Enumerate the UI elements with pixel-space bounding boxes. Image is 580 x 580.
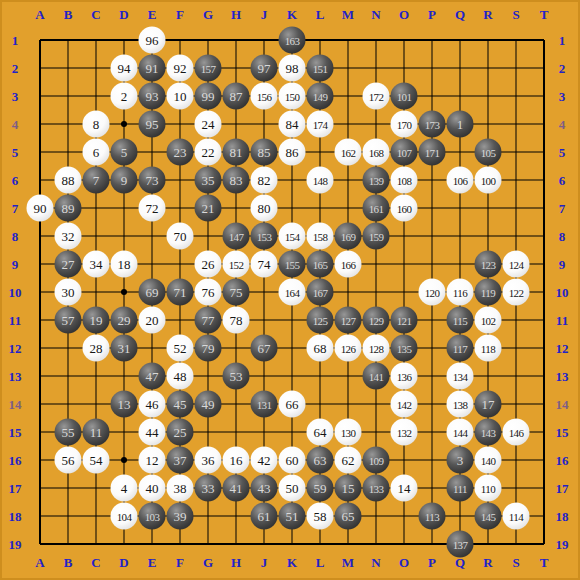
stone-number: 82 [258,172,271,188]
stone-number: 13 [118,396,131,412]
stone-number: 39 [174,508,187,524]
col-label-top-G[interactable]: G [203,8,213,21]
stone-number: 110 [481,482,495,494]
stone-number: 58 [314,508,327,524]
stone-white-4-D17: 4 [111,475,138,502]
stone-white-56-B16: 56 [55,447,82,474]
stone-black-23-F5: 23 [167,139,194,166]
col-label-top-L[interactable]: L [316,8,325,21]
stone-number: 68 [314,340,327,356]
stone-black-89-B7: 89 [55,195,82,222]
stone-black-17-R14: 17 [475,391,502,418]
stone-number: 63 [314,452,327,468]
stone-number: 3 [457,452,464,468]
stone-number: 131 [257,398,272,410]
stone-white-172-N3: 172 [363,83,390,110]
stone-number: 95 [146,116,159,132]
go-board: AABBCCDDEEFFGGHHJJKKLLMMNNOOPPQQRRSSTT11… [0,0,580,580]
stone-black-3-Q16: 3 [447,447,474,474]
col-label-top-S[interactable]: S [512,8,519,21]
col-label-bottom-G[interactable]: G [203,556,213,569]
row-label-left-9[interactable]: 9 [12,258,19,271]
col-label-bottom-C[interactable]: C [91,556,100,569]
row-label-left-16[interactable]: 16 [9,454,22,467]
row-label-right-9[interactable]: 9 [559,258,566,271]
stone-number: 133 [369,482,384,494]
col-label-top-O[interactable]: O [399,8,409,21]
stone-number: 170 [397,118,412,130]
stone-white-18-D9: 18 [111,251,138,278]
stone-black-57-B11: 57 [55,307,82,334]
row-label-left-12[interactable]: 12 [9,342,22,355]
stone-white-68-L12: 68 [307,335,334,362]
stone-number: 140 [481,454,496,466]
stone-number: 103 [145,510,160,522]
stone-number: 71 [174,284,187,300]
stone-number: 48 [174,368,187,384]
stone-number: 129 [369,314,384,326]
col-label-top-T[interactable]: T [540,8,549,21]
stone-white-8-C4: 8 [83,111,110,138]
row-label-left-8[interactable]: 8 [12,230,19,243]
stone-black-109-N16: 109 [363,447,390,474]
stone-black-47-E13: 47 [139,363,166,390]
row-label-right-11[interactable]: 11 [556,314,568,327]
row-label-right-1[interactable]: 1 [559,34,566,47]
stone-number: 88 [62,172,75,188]
stone-white-94-D2: 94 [111,55,138,82]
row-label-right-12[interactable]: 12 [556,342,569,355]
stone-black-65-M18: 65 [335,503,362,530]
col-label-top-N[interactable]: N [371,8,380,21]
col-label-top-C[interactable]: C [91,8,100,21]
stone-white-164-K10: 164 [279,279,306,306]
stone-number: 33 [202,480,215,496]
stone-white-158-L8: 158 [307,223,334,250]
stone-black-107-O5: 107 [391,139,418,166]
stone-number: 31 [118,340,131,356]
row-label-left-5[interactable]: 5 [12,146,19,159]
stone-white-42-J16: 42 [251,447,278,474]
stone-number: 139 [369,174,384,186]
stone-black-113-P18: 113 [419,503,446,530]
stone-white-128-N12: 128 [363,335,390,362]
stone-number: 152 [229,258,244,270]
stone-black-49-G14: 49 [195,391,222,418]
stone-number: 100 [481,174,496,186]
stone-number: 132 [397,426,412,438]
stone-black-97-J2: 97 [251,55,278,82]
stone-number: 85 [258,144,271,160]
stone-number: 138 [453,398,468,410]
stone-white-168-N5: 168 [363,139,390,166]
stone-number: 84 [286,116,299,132]
col-label-bottom-S[interactable]: S [512,556,519,569]
row-label-left-15[interactable]: 15 [9,426,22,439]
row-label-left-3[interactable]: 3 [12,90,19,103]
stone-white-124-S9: 124 [503,251,530,278]
stone-number: 42 [258,452,271,468]
stone-number: 117 [453,342,467,354]
row-label-left-17[interactable]: 17 [9,482,22,495]
stone-number: 74 [258,256,271,272]
stone-number: 7 [93,172,100,188]
stone-black-9-D6: 9 [111,167,138,194]
row-label-left-10[interactable]: 10 [9,286,22,299]
col-label-bottom-T[interactable]: T [540,556,549,569]
row-label-left-2[interactable]: 2 [12,62,19,75]
stone-number: 164 [285,286,300,298]
stone-black-103-E18: 103 [139,503,166,530]
col-label-bottom-P[interactable]: P [428,556,436,569]
stone-number: 149 [313,90,328,102]
stone-number: 38 [174,480,187,496]
col-label-bottom-E[interactable]: E [148,556,157,569]
stone-number: 107 [397,146,412,158]
col-label-top-F[interactable]: F [176,8,184,21]
stone-white-38-F17: 38 [167,475,194,502]
stone-number: 10 [174,88,187,104]
stone-number: 16 [230,452,243,468]
stone-black-19-C11: 19 [83,307,110,334]
stone-white-126-M12: 126 [335,335,362,362]
stone-black-133-N17: 133 [363,475,390,502]
stone-white-76-G10: 76 [195,279,222,306]
stone-number: 136 [397,370,412,382]
stone-black-95-E4: 95 [139,111,166,138]
col-label-top-B[interactable]: B [64,8,73,21]
stone-number: 60 [286,452,299,468]
stone-white-44-E15: 44 [139,419,166,446]
stone-white-70-F8: 70 [167,223,194,250]
stone-number: 11 [90,424,103,440]
stone-white-138-Q14: 138 [447,391,474,418]
stone-number: 50 [286,480,299,496]
stone-number: 160 [397,202,412,214]
stone-black-147-H8: 147 [223,223,250,250]
stone-number: 81 [230,144,243,160]
stone-black-61-J18: 61 [251,503,278,530]
stone-white-2-D3: 2 [111,83,138,110]
stone-white-62-M16: 62 [335,447,362,474]
stone-white-16-H16: 16 [223,447,250,474]
col-label-bottom-L[interactable]: L [316,556,325,569]
stone-number: 30 [62,284,75,300]
stone-number: 163 [285,34,300,46]
stone-number: 143 [481,426,496,438]
col-label-bottom-N[interactable]: N [371,556,380,569]
col-label-bottom-A[interactable]: A [35,556,44,569]
stone-number: 64 [314,424,327,440]
stone-black-79-G12: 79 [195,335,222,362]
col-label-bottom-R[interactable]: R [483,556,492,569]
stone-number: 157 [201,62,216,74]
stone-number: 99 [202,88,215,104]
stone-number: 146 [509,426,524,438]
row-label-left-7[interactable]: 7 [12,202,19,215]
col-label-top-J[interactable]: J [261,8,268,21]
stone-white-136-O13: 136 [391,363,418,390]
stone-black-157-G2: 157 [195,55,222,82]
row-label-left-14[interactable]: 14 [9,398,22,411]
stone-black-21-G7: 21 [195,195,222,222]
stone-black-117-Q12: 117 [447,335,474,362]
stone-number: 73 [146,172,159,188]
stone-number: 62 [342,452,355,468]
stone-white-86-K5: 86 [279,139,306,166]
stone-white-134-Q13: 134 [447,363,474,390]
stone-white-52-F12: 52 [167,335,194,362]
stone-number: 45 [174,396,187,412]
stone-white-80-J7: 80 [251,195,278,222]
stone-white-34-C9: 34 [83,251,110,278]
stone-black-75-H10: 75 [223,279,250,306]
row-label-right-16[interactable]: 16 [556,454,569,467]
col-label-top-A[interactable]: A [35,8,44,21]
stone-number: 21 [202,200,215,216]
stone-black-81-H5: 81 [223,139,250,166]
col-label-bottom-F[interactable]: F [176,556,184,569]
stone-number: 87 [230,88,243,104]
stone-number: 5 [121,144,128,160]
stone-white-12-E16: 12 [139,447,166,474]
col-label-top-D[interactable]: D [119,8,128,21]
stone-number: 47 [146,368,159,384]
col-label-bottom-D[interactable]: D [119,556,128,569]
stone-white-10-F3: 10 [167,83,194,110]
col-label-top-P[interactable]: P [428,8,436,21]
stone-black-101-O3: 101 [391,83,418,110]
stone-number: 96 [146,32,159,48]
row-label-left-6[interactable]: 6 [12,174,19,187]
stone-number: 106 [453,174,468,186]
row-label-left-11[interactable]: 11 [9,314,21,327]
stone-white-146-S15: 146 [503,419,530,446]
stone-number: 9 [121,172,128,188]
stone-number: 150 [285,90,300,102]
stone-white-40-E17: 40 [139,475,166,502]
stone-number: 6 [93,144,100,160]
stone-black-143-R15: 143 [475,419,502,446]
stone-black-129-N11: 129 [363,307,390,334]
stone-black-171-P5: 171 [419,139,446,166]
col-label-bottom-B[interactable]: B [64,556,73,569]
stone-number: 142 [397,398,412,410]
stone-number: 101 [397,90,412,102]
stone-number: 159 [369,230,384,242]
stone-white-48-F13: 48 [167,363,194,390]
stone-number: 148 [313,174,328,186]
stone-number: 76 [202,284,215,300]
stone-black-115-Q11: 115 [447,307,474,334]
stone-number: 162 [341,146,356,158]
stone-number: 141 [369,370,384,382]
stone-black-127-M11: 127 [335,307,362,334]
stone-number: 165 [313,258,328,270]
stone-number: 89 [62,200,75,216]
stone-white-82-J6: 82 [251,167,278,194]
row-label-right-8[interactable]: 8 [559,230,566,243]
stone-number: 102 [481,314,496,326]
stone-number: 173 [425,118,440,130]
row-label-right-2[interactable]: 2 [559,62,566,75]
row-label-right-4[interactable]: 4 [559,118,566,131]
stone-white-110-R17: 110 [475,475,502,502]
row-label-right-10[interactable]: 10 [556,286,569,299]
stone-black-151-L2: 151 [307,55,334,82]
stone-black-41-H17: 41 [223,475,250,502]
star-point-D10 [121,289,127,295]
stone-white-120-P10: 120 [419,279,446,306]
stone-white-102-R11: 102 [475,307,502,334]
row-label-left-1[interactable]: 1 [12,34,19,47]
row-label-right-5[interactable]: 5 [559,146,566,159]
stone-number: 2 [121,88,128,104]
stone-black-167-L10: 167 [307,279,334,306]
stone-white-92-F2: 92 [167,55,194,82]
stone-number: 113 [425,510,439,522]
stone-number: 166 [341,258,356,270]
col-label-bottom-H[interactable]: H [231,556,241,569]
col-label-bottom-O[interactable]: O [399,556,409,569]
stone-white-130-M15: 130 [335,419,362,446]
stone-black-77-G11: 77 [195,307,222,334]
stone-number: 53 [230,368,243,384]
stone-number: 4 [121,480,128,496]
row-label-left-4[interactable]: 4 [12,118,19,131]
stone-number: 105 [481,146,496,158]
stone-black-85-J5: 85 [251,139,278,166]
stone-black-83-H6: 83 [223,167,250,194]
stone-white-36-G16: 36 [195,447,222,474]
stone-number: 92 [174,60,187,76]
star-point-D4 [121,121,127,127]
col-label-top-H[interactable]: H [231,8,241,21]
stone-white-72-E7: 72 [139,195,166,222]
stone-black-29-D11: 29 [111,307,138,334]
col-label-top-M[interactable]: M [342,8,354,21]
stone-white-108-O6: 108 [391,167,418,194]
stone-black-13-D14: 13 [111,391,138,418]
stone-number: 93 [146,88,159,104]
stone-black-153-J8: 153 [251,223,278,250]
stone-black-111-Q17: 111 [447,475,474,502]
col-label-top-Q[interactable]: Q [455,8,465,21]
stone-black-131-J14: 131 [251,391,278,418]
stone-black-39-F18: 39 [167,503,194,530]
stone-number: 20 [146,312,159,328]
stone-black-99-G3: 99 [195,83,222,110]
col-label-top-E[interactable]: E [148,8,157,21]
stone-white-106-Q6: 106 [447,167,474,194]
stone-white-98-K2: 98 [279,55,306,82]
col-label-top-K[interactable]: K [287,8,297,21]
stone-number: 94 [118,60,131,76]
stone-white-100-R6: 100 [475,167,502,194]
stone-number: 124 [509,258,524,270]
star-point-D16 [121,457,127,463]
row-label-left-13[interactable]: 13 [9,370,22,383]
stone-black-71-F10: 71 [167,279,194,306]
stone-number: 1 [457,116,464,132]
stone-number: 15 [342,480,355,496]
stone-black-161-N7: 161 [363,195,390,222]
stone-black-37-F16: 37 [167,447,194,474]
stone-white-6-C5: 6 [83,139,110,166]
stone-black-149-L3: 149 [307,83,334,110]
stone-black-105-R5: 105 [475,139,502,166]
stone-white-26-G9: 26 [195,251,222,278]
stone-black-43-J17: 43 [251,475,278,502]
row-label-right-15[interactable]: 15 [556,426,569,439]
stone-black-73-E6: 73 [139,167,166,194]
stone-black-25-F15: 25 [167,419,194,446]
row-label-right-17[interactable]: 17 [556,482,569,495]
stone-white-170-O4: 170 [391,111,418,138]
stone-number: 151 [313,62,328,74]
stone-black-125-L11: 125 [307,307,334,334]
stone-number: 167 [313,286,328,298]
stone-number: 147 [229,230,244,242]
col-label-top-R[interactable]: R [483,8,492,21]
stone-number: 65 [342,508,355,524]
stone-black-155-K9: 155 [279,251,306,278]
row-label-right-3[interactable]: 3 [559,90,566,103]
stone-white-74-J9: 74 [251,251,278,278]
row-label-left-19[interactable]: 19 [9,538,22,551]
stone-number: 69 [146,284,159,300]
stone-number: 156 [257,90,272,102]
stone-number: 19 [90,312,103,328]
row-label-right-13[interactable]: 13 [556,370,569,383]
col-label-bottom-J[interactable]: J [261,556,268,569]
row-label-right-7[interactable]: 7 [559,202,566,215]
stone-black-139-N6: 139 [363,167,390,194]
stone-number: 75 [230,284,243,300]
stone-black-51-K18: 51 [279,503,306,530]
row-label-right-6[interactable]: 6 [559,174,566,187]
stone-white-14-O17: 14 [391,475,418,502]
stone-black-141-N13: 141 [363,363,390,390]
stone-black-53-H13: 53 [223,363,250,390]
stone-number: 116 [453,286,467,298]
row-label-left-18[interactable]: 18 [9,510,22,523]
row-label-right-14[interactable]: 14 [556,398,569,411]
stone-black-35-G6: 35 [195,167,222,194]
stone-black-137-Q19: 137 [447,531,474,558]
stone-number: 34 [90,256,103,272]
stone-number: 27 [62,256,75,272]
stone-number: 29 [118,312,131,328]
stone-number: 90 [34,200,47,216]
row-label-right-18[interactable]: 18 [556,510,569,523]
stone-white-22-G5: 22 [195,139,222,166]
stone-number: 57 [62,312,75,328]
col-label-bottom-M[interactable]: M [342,556,354,569]
stone-number: 28 [90,340,103,356]
stone-white-166-M9: 166 [335,251,362,278]
stone-number: 109 [369,454,384,466]
stone-number: 171 [425,146,440,158]
stone-white-118-R12: 118 [475,335,502,362]
stone-white-84-K4: 84 [279,111,306,138]
stone-black-91-E2: 91 [139,55,166,82]
stone-number: 8 [93,116,100,132]
row-label-right-19[interactable]: 19 [556,538,569,551]
col-label-bottom-K[interactable]: K [287,556,297,569]
stone-number: 86 [286,144,299,160]
stone-black-27-B9: 27 [55,251,82,278]
